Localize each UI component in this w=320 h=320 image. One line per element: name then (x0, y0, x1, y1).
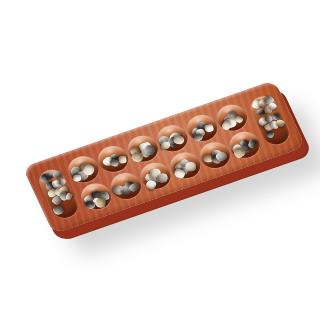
pit-front-6[interactable] (225, 128, 264, 162)
photo-scene (0, 0, 320, 320)
pit-back-6[interactable] (212, 101, 251, 135)
stone (95, 199, 106, 209)
stone (265, 130, 275, 139)
mancala-board (22, 80, 306, 235)
stone (52, 205, 65, 216)
stone (161, 142, 170, 150)
stone (65, 193, 73, 201)
stone (204, 123, 215, 133)
stone (193, 133, 204, 143)
stone (156, 173, 168, 184)
stone (73, 175, 81, 182)
stone (57, 177, 66, 185)
